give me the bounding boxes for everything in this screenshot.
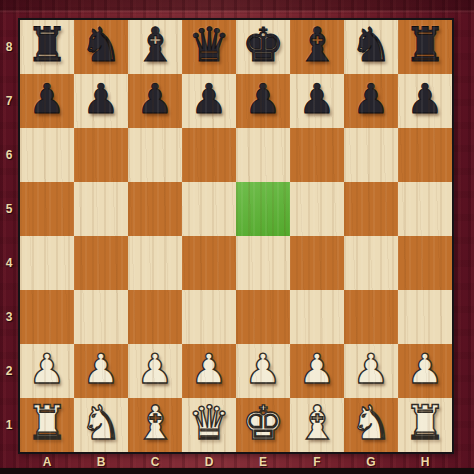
piece-black-queen[interactable]: ♛ (182, 18, 236, 72)
square-h4[interactable] (398, 236, 452, 290)
piece-black-pawn[interactable]: ♟ (20, 72, 74, 126)
square-d6[interactable] (182, 128, 236, 182)
square-d8[interactable]: ♛ (182, 20, 236, 74)
square-d1[interactable]: ♛ (182, 398, 236, 452)
board-frame: ♜♞♝♛♚♝♞♜♟♟♟♟♟♟♟♟♟♟♟♟♟♟♟♟♜♞♝♛♚♝♞♜ (18, 18, 454, 454)
square-d2[interactable]: ♟ (182, 344, 236, 398)
piece-black-king[interactable]: ♚ (236, 18, 290, 72)
rank-label-2: 2 (0, 364, 18, 378)
square-h5[interactable] (398, 182, 452, 236)
piece-black-knight[interactable]: ♞ (74, 18, 128, 72)
square-f6[interactable] (290, 128, 344, 182)
rank-label-7: 7 (0, 94, 18, 108)
square-g2[interactable]: ♟ (344, 344, 398, 398)
square-d4[interactable] (182, 236, 236, 290)
file-label-g: G (344, 455, 398, 469)
square-g8[interactable]: ♞ (344, 20, 398, 74)
piece-black-knight[interactable]: ♞ (344, 18, 398, 72)
square-a4[interactable] (20, 236, 74, 290)
piece-black-pawn[interactable]: ♟ (290, 72, 344, 126)
piece-white-pawn[interactable]: ♟ (290, 342, 344, 396)
square-c1[interactable]: ♝ (128, 398, 182, 452)
square-a8[interactable]: ♜ (20, 20, 74, 74)
square-c4[interactable] (128, 236, 182, 290)
square-b3[interactable] (74, 290, 128, 344)
square-b8[interactable]: ♞ (74, 20, 128, 74)
square-a3[interactable] (20, 290, 74, 344)
piece-white-pawn[interactable]: ♟ (182, 342, 236, 396)
piece-black-pawn[interactable]: ♟ (344, 72, 398, 126)
square-f8[interactable]: ♝ (290, 20, 344, 74)
piece-white-king[interactable]: ♚ (236, 396, 290, 450)
rank-label-8: 8 (0, 40, 18, 54)
square-a1[interactable]: ♜ (20, 398, 74, 452)
piece-black-bishop[interactable]: ♝ (128, 18, 182, 72)
square-f7[interactable]: ♟ (290, 74, 344, 128)
square-e3[interactable] (236, 290, 290, 344)
square-h7[interactable]: ♟ (398, 74, 452, 128)
square-b4[interactable] (74, 236, 128, 290)
piece-white-pawn[interactable]: ♟ (398, 342, 452, 396)
rank-label-1: 1 (0, 418, 18, 432)
square-b7[interactable]: ♟ (74, 74, 128, 128)
square-a7[interactable]: ♟ (20, 74, 74, 128)
square-a6[interactable] (20, 128, 74, 182)
file-label-c: C (128, 455, 182, 469)
piece-white-queen[interactable]: ♛ (182, 396, 236, 450)
piece-white-bishop[interactable]: ♝ (128, 396, 182, 450)
rank-label-3: 3 (0, 310, 18, 324)
square-a2[interactable]: ♟ (20, 344, 74, 398)
square-f1[interactable]: ♝ (290, 398, 344, 452)
piece-white-pawn[interactable]: ♟ (344, 342, 398, 396)
file-label-a: A (20, 455, 74, 469)
rank-label-5: 5 (0, 202, 18, 216)
square-h1[interactable]: ♜ (398, 398, 452, 452)
square-g6[interactable] (344, 128, 398, 182)
rank-label-4: 4 (0, 256, 18, 270)
piece-black-pawn[interactable]: ♟ (182, 72, 236, 126)
square-g4[interactable] (344, 236, 398, 290)
piece-black-pawn[interactable]: ♟ (398, 72, 452, 126)
piece-black-pawn[interactable]: ♟ (74, 72, 128, 126)
square-c3[interactable] (128, 290, 182, 344)
square-c5[interactable] (128, 182, 182, 236)
piece-white-pawn[interactable]: ♟ (128, 342, 182, 396)
square-g5[interactable] (344, 182, 398, 236)
piece-white-pawn[interactable]: ♟ (74, 342, 128, 396)
square-a5[interactable] (20, 182, 74, 236)
square-c6[interactable] (128, 128, 182, 182)
file-label-f: F (290, 455, 344, 469)
square-e4[interactable] (236, 236, 290, 290)
piece-white-pawn[interactable]: ♟ (20, 342, 74, 396)
piece-white-knight[interactable]: ♞ (74, 396, 128, 450)
piece-black-rook[interactable]: ♜ (398, 18, 452, 72)
piece-black-bishop[interactable]: ♝ (290, 18, 344, 72)
square-e6[interactable] (236, 128, 290, 182)
piece-black-rook[interactable]: ♜ (20, 18, 74, 72)
square-h2[interactable]: ♟ (398, 344, 452, 398)
square-e2[interactable]: ♟ (236, 344, 290, 398)
piece-white-rook[interactable]: ♜ (398, 396, 452, 450)
square-d7[interactable]: ♟ (182, 74, 236, 128)
file-label-d: D (182, 455, 236, 469)
square-e7[interactable]: ♟ (236, 74, 290, 128)
piece-white-bishop[interactable]: ♝ (290, 396, 344, 450)
square-b6[interactable] (74, 128, 128, 182)
square-h8[interactable]: ♜ (398, 20, 452, 74)
square-g1[interactable]: ♞ (344, 398, 398, 452)
rank-label-6: 6 (0, 148, 18, 162)
square-e8[interactable]: ♚ (236, 20, 290, 74)
piece-black-pawn[interactable]: ♟ (128, 72, 182, 126)
square-f4[interactable] (290, 236, 344, 290)
square-d3[interactable] (182, 290, 236, 344)
piece-white-pawn[interactable]: ♟ (236, 342, 290, 396)
square-b2[interactable]: ♟ (74, 344, 128, 398)
square-g3[interactable] (344, 290, 398, 344)
file-label-b: B (74, 455, 128, 469)
square-c7[interactable]: ♟ (128, 74, 182, 128)
file-label-h: H (398, 455, 452, 469)
square-g7[interactable]: ♟ (344, 74, 398, 128)
square-f3[interactable] (290, 290, 344, 344)
square-d5[interactable] (182, 182, 236, 236)
piece-black-pawn[interactable]: ♟ (236, 72, 290, 126)
square-c8[interactable]: ♝ (128, 20, 182, 74)
square-e1[interactable]: ♚ (236, 398, 290, 452)
square-c2[interactable]: ♟ (128, 344, 182, 398)
square-h3[interactable] (398, 290, 452, 344)
square-h6[interactable] (398, 128, 452, 182)
piece-white-knight[interactable]: ♞ (344, 396, 398, 450)
square-f5[interactable] (290, 182, 344, 236)
piece-white-rook[interactable]: ♜ (20, 396, 74, 450)
chess-board-window: ♜♞♝♛♚♝♞♜♟♟♟♟♟♟♟♟♟♟♟♟♟♟♟♟♜♞♝♛♚♝♞♜ 8765432… (0, 0, 474, 474)
square-f2[interactable]: ♟ (290, 344, 344, 398)
chess-board: ♜♞♝♛♚♝♞♜♟♟♟♟♟♟♟♟♟♟♟♟♟♟♟♟♜♞♝♛♚♝♞♜ (20, 20, 452, 452)
square-e5[interactable] (236, 182, 290, 236)
square-b1[interactable]: ♞ (74, 398, 128, 452)
square-b5[interactable] (74, 182, 128, 236)
file-label-e: E (236, 455, 290, 469)
